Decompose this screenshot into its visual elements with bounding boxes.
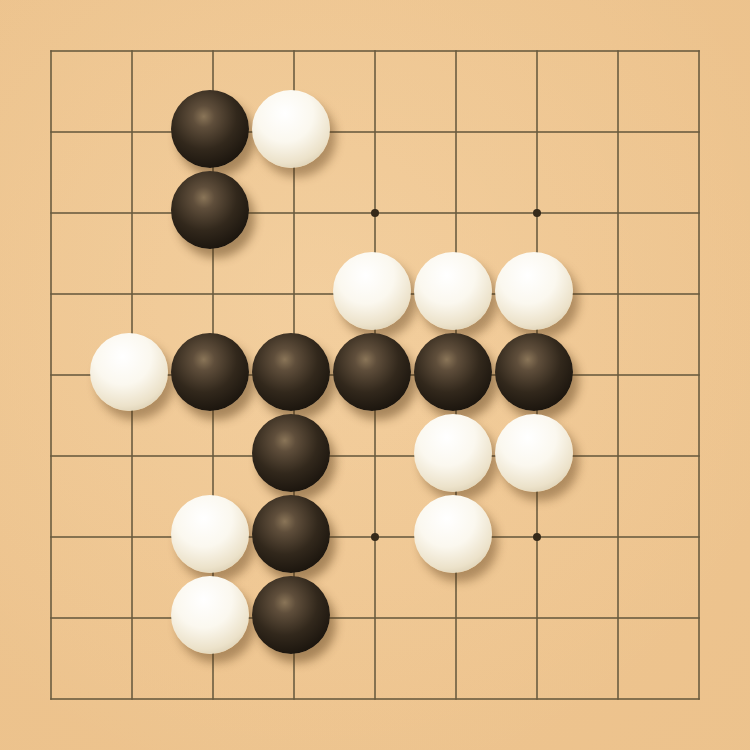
black-stone[interactable] bbox=[171, 171, 249, 249]
black-stone[interactable] bbox=[495, 333, 573, 411]
black-stone[interactable] bbox=[252, 414, 330, 492]
white-stone[interactable] bbox=[495, 414, 573, 492]
white-stone[interactable] bbox=[495, 252, 573, 330]
black-stone[interactable] bbox=[171, 333, 249, 411]
white-stone[interactable] bbox=[90, 333, 168, 411]
star-point bbox=[371, 533, 379, 541]
grid-line-horizontal bbox=[50, 617, 700, 619]
grid-line-horizontal bbox=[50, 455, 700, 457]
black-stone[interactable] bbox=[252, 495, 330, 573]
star-point bbox=[533, 533, 541, 541]
white-stone[interactable] bbox=[333, 252, 411, 330]
black-stone[interactable] bbox=[333, 333, 411, 411]
white-stone[interactable] bbox=[171, 576, 249, 654]
grid-line-vertical bbox=[617, 50, 619, 700]
white-stone[interactable] bbox=[171, 495, 249, 573]
black-stone[interactable] bbox=[252, 576, 330, 654]
black-stone[interactable] bbox=[414, 333, 492, 411]
grid-line-horizontal bbox=[50, 698, 700, 700]
star-point bbox=[533, 209, 541, 217]
black-stone[interactable] bbox=[252, 333, 330, 411]
grid-line-vertical bbox=[698, 50, 700, 700]
white-stone[interactable] bbox=[252, 90, 330, 168]
go-board[interactable] bbox=[0, 0, 750, 750]
star-point bbox=[371, 209, 379, 217]
white-stone[interactable] bbox=[414, 495, 492, 573]
black-stone[interactable] bbox=[171, 90, 249, 168]
white-stone[interactable] bbox=[414, 414, 492, 492]
white-stone[interactable] bbox=[414, 252, 492, 330]
